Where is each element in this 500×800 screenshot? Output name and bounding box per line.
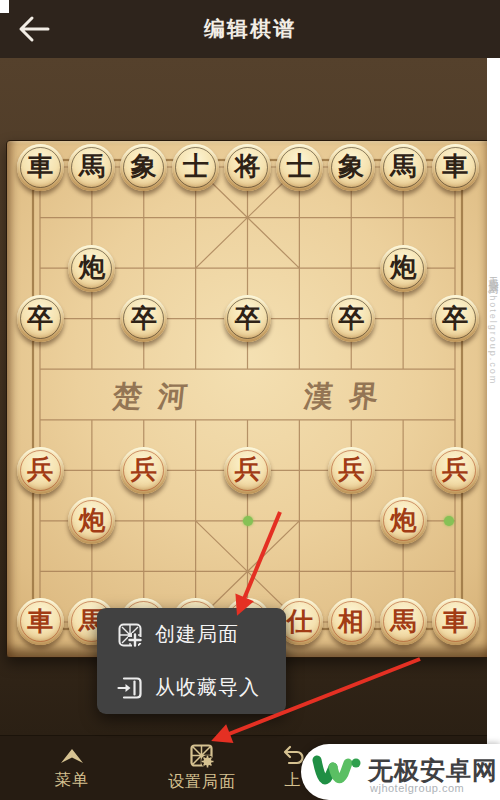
board-grid [6, 140, 490, 656]
piece-black-炮[interactable]: 炮 [380, 245, 427, 292]
header-bar: 编辑棋谱 [0, 0, 500, 58]
river-label-right: 漢界 [286, 377, 396, 417]
piece-red-兵[interactable]: 兵 [432, 447, 479, 494]
app-screen: 编辑棋谱 楚河 漢界 車馬象士将士象馬車炮炮卒卒卒卒卒兵兵兵兵兵炮炮車馬相仕帥仕… [0, 0, 500, 800]
piece-black-卒[interactable]: 卒 [224, 295, 271, 342]
piece-red-相[interactable]: 相 [328, 598, 375, 645]
piece-black-士[interactable]: 士 [172, 144, 219, 191]
piece-red-兵[interactable]: 兵 [120, 447, 167, 494]
piece-black-象[interactable]: 象 [328, 144, 375, 191]
menu-item-create-position[interactable]: 创建局面 [97, 608, 286, 661]
piece-black-車[interactable]: 車 [432, 144, 479, 191]
menu-item-import-favorites[interactable]: 从收藏导入 [97, 661, 286, 714]
watermark-badge: 无极安卓网 wjhotelgroup.com [301, 744, 500, 800]
piece-black-馬[interactable]: 馬 [380, 144, 427, 191]
move-hint-dot [243, 516, 253, 526]
river-label-left: 楚河 [95, 377, 205, 417]
piece-black-象[interactable]: 象 [120, 144, 167, 191]
context-menu: 创建局面 从收藏导入 [97, 608, 286, 714]
side-watermark-strip: 无极安卓网 wjhotelgroup.com [487, 58, 500, 746]
piece-black-車[interactable]: 車 [17, 144, 64, 191]
corner-artifact [0, 0, 9, 13]
piece-red-炮[interactable]: 炮 [380, 497, 427, 544]
side-watermark-text: 无极安卓网 wjhotelgroup.com [487, 268, 500, 385]
toolbar-item-menu[interactable]: 菜单 [27, 740, 117, 791]
menu-icon [57, 742, 87, 768]
piece-black-卒[interactable]: 卒 [432, 295, 479, 342]
toolbar-item-label: 菜单 [27, 770, 117, 791]
piece-red-兵[interactable]: 兵 [224, 447, 271, 494]
piece-red-馬[interactable]: 馬 [380, 598, 427, 645]
piece-red-車[interactable]: 車 [17, 598, 64, 645]
toolbar-item-label: 设置局面 [157, 772, 247, 793]
piece-black-炮[interactable]: 炮 [68, 245, 115, 292]
watermark-domain: wjhotelgroup.com [370, 782, 464, 794]
page-title: 编辑棋谱 [0, 0, 500, 58]
piece-black-馬[interactable]: 馬 [68, 144, 115, 191]
piece-black-士[interactable]: 士 [276, 144, 323, 191]
piece-black-卒[interactable]: 卒 [328, 295, 375, 342]
piece-black-卒[interactable]: 卒 [17, 295, 64, 342]
piece-red-車[interactable]: 車 [432, 598, 479, 645]
watermark-logo-icon [311, 750, 363, 794]
create-board-icon [117, 622, 143, 648]
toolbar-item-setup-board[interactable]: 设置局面 [157, 740, 247, 793]
menu-item-label: 创建局面 [155, 621, 239, 648]
piece-red-兵[interactable]: 兵 [17, 447, 64, 494]
menu-item-label: 从收藏导入 [155, 674, 260, 701]
setup-board-icon [188, 742, 216, 770]
import-favorites-icon [117, 675, 143, 701]
move-hint-dot [444, 516, 454, 526]
piece-black-将[interactable]: 将 [224, 144, 271, 191]
piece-red-兵[interactable]: 兵 [328, 447, 375, 494]
